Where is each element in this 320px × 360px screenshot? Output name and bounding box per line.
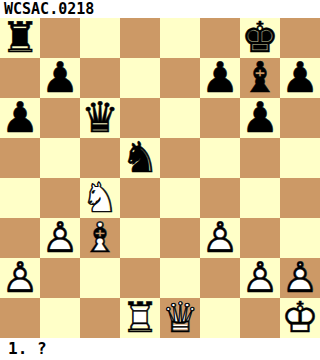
white-pawn-piece-fill: ♟	[280, 258, 320, 298]
square-f8[interactable]	[200, 18, 240, 58]
square-a1[interactable]	[0, 298, 40, 338]
square-d5[interactable]: ♞	[120, 138, 160, 178]
black-bishop-piece: ♝	[240, 58, 280, 98]
square-g4[interactable]	[240, 178, 280, 218]
white-pawn-piece: ♙	[280, 258, 320, 298]
white-pawn-piece-fill: ♟	[40, 218, 80, 258]
square-b2[interactable]	[40, 258, 80, 298]
square-g3[interactable]	[240, 218, 280, 258]
square-e6[interactable]	[160, 98, 200, 138]
black-pawn-piece: ♟	[280, 58, 320, 98]
white-knight-piece: ♘	[80, 178, 120, 218]
white-pawn-piece: ♙	[200, 218, 240, 258]
square-e4[interactable]	[160, 178, 200, 218]
chess-puzzle-app: WCSAC.0218 ♜♚♟♟♝♟♟♛♟♞♞♘♟♙♝♗♟♙♟♙♟♙♟♙♜♖♛♕♚…	[0, 0, 320, 360]
square-a3[interactable]	[0, 218, 40, 258]
square-e1[interactable]: ♛♕	[160, 298, 200, 338]
square-a2[interactable]: ♟♙	[0, 258, 40, 298]
black-queen-piece: ♛	[80, 98, 120, 138]
white-pawn-piece: ♙	[0, 258, 40, 298]
square-g7[interactable]: ♝	[240, 58, 280, 98]
black-king-piece: ♚	[240, 18, 280, 58]
square-f5[interactable]	[200, 138, 240, 178]
square-h1[interactable]: ♚♔	[280, 298, 320, 338]
square-g1[interactable]	[240, 298, 280, 338]
square-b3[interactable]: ♟♙	[40, 218, 80, 258]
square-h3[interactable]	[280, 218, 320, 258]
square-d6[interactable]	[120, 98, 160, 138]
square-c1[interactable]	[80, 298, 120, 338]
square-g2[interactable]: ♟♙	[240, 258, 280, 298]
square-h6[interactable]	[280, 98, 320, 138]
square-e3[interactable]	[160, 218, 200, 258]
square-e7[interactable]	[160, 58, 200, 98]
square-f1[interactable]	[200, 298, 240, 338]
square-a6[interactable]: ♟	[0, 98, 40, 138]
white-pawn-piece-fill: ♟	[0, 258, 40, 298]
square-c6[interactable]: ♛	[80, 98, 120, 138]
square-c5[interactable]	[80, 138, 120, 178]
move-prompt: 1. ?	[0, 338, 320, 360]
chess-board: ♜♚♟♟♝♟♟♛♟♞♞♘♟♙♝♗♟♙♟♙♟♙♟♙♜♖♛♕♚♔	[0, 18, 320, 338]
white-pawn-piece-fill: ♟	[240, 258, 280, 298]
black-knight-piece: ♞	[120, 138, 160, 178]
square-d4[interactable]	[120, 178, 160, 218]
square-b4[interactable]	[40, 178, 80, 218]
square-f6[interactable]	[200, 98, 240, 138]
white-bishop-piece-fill: ♝	[80, 218, 120, 258]
square-g6[interactable]: ♟	[240, 98, 280, 138]
square-d2[interactable]	[120, 258, 160, 298]
white-bishop-piece: ♗	[80, 218, 120, 258]
square-a5[interactable]	[0, 138, 40, 178]
square-b7[interactable]: ♟	[40, 58, 80, 98]
square-c8[interactable]	[80, 18, 120, 58]
white-king-piece: ♔	[280, 298, 320, 338]
square-c4[interactable]: ♞♘	[80, 178, 120, 218]
square-d3[interactable]	[120, 218, 160, 258]
black-pawn-piece: ♟	[240, 98, 280, 138]
white-queen-piece-fill: ♛	[160, 298, 200, 338]
square-e8[interactable]	[160, 18, 200, 58]
square-d1[interactable]: ♜♖	[120, 298, 160, 338]
square-c3[interactable]: ♝♗	[80, 218, 120, 258]
white-pawn-piece-fill: ♟	[200, 218, 240, 258]
square-h7[interactable]: ♟	[280, 58, 320, 98]
square-d7[interactable]	[120, 58, 160, 98]
square-b1[interactable]	[40, 298, 80, 338]
square-h5[interactable]	[280, 138, 320, 178]
white-pawn-piece: ♙	[40, 218, 80, 258]
square-h2[interactable]: ♟♙	[280, 258, 320, 298]
square-b6[interactable]	[40, 98, 80, 138]
black-pawn-piece: ♟	[0, 98, 40, 138]
square-f2[interactable]	[200, 258, 240, 298]
square-e5[interactable]	[160, 138, 200, 178]
puzzle-title: WCSAC.0218	[0, 0, 320, 18]
black-pawn-piece: ♟	[40, 58, 80, 98]
white-pawn-piece: ♙	[240, 258, 280, 298]
white-queen-piece: ♕	[160, 298, 200, 338]
white-rook-piece-fill: ♜	[120, 298, 160, 338]
white-king-piece-fill: ♚	[280, 298, 320, 338]
square-d8[interactable]	[120, 18, 160, 58]
square-a4[interactable]	[0, 178, 40, 218]
white-rook-piece: ♖	[120, 298, 160, 338]
square-h8[interactable]	[280, 18, 320, 58]
square-f4[interactable]	[200, 178, 240, 218]
black-rook-piece: ♜	[0, 18, 40, 58]
square-a7[interactable]	[0, 58, 40, 98]
square-e2[interactable]	[160, 258, 200, 298]
square-c2[interactable]	[80, 258, 120, 298]
square-a8[interactable]: ♜	[0, 18, 40, 58]
square-b8[interactable]	[40, 18, 80, 58]
white-knight-piece-fill: ♞	[80, 178, 120, 218]
square-c7[interactable]	[80, 58, 120, 98]
black-pawn-piece: ♟	[200, 58, 240, 98]
square-g8[interactable]: ♚	[240, 18, 280, 58]
square-h4[interactable]	[280, 178, 320, 218]
square-g5[interactable]	[240, 138, 280, 178]
square-f7[interactable]: ♟	[200, 58, 240, 98]
square-f3[interactable]: ♟♙	[200, 218, 240, 258]
square-b5[interactable]	[40, 138, 80, 178]
